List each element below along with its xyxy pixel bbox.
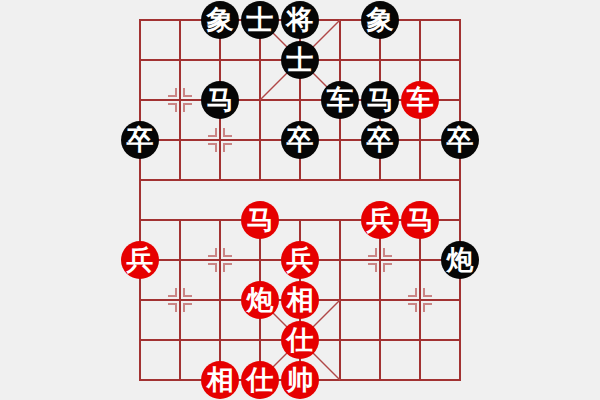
red-cannon[interactable]: 炮 xyxy=(241,281,279,319)
position-marker xyxy=(168,104,176,112)
black-soldier[interactable]: 卒 xyxy=(361,121,399,159)
position-marker xyxy=(384,248,392,256)
red-elephant[interactable]: 相 xyxy=(201,361,239,399)
black-soldier[interactable]: 卒 xyxy=(441,121,479,159)
black-elephant[interactable]: 象 xyxy=(201,1,239,39)
black-cannon[interactable]: 炮 xyxy=(441,241,479,279)
black-soldier[interactable]: 卒 xyxy=(121,121,159,159)
position-marker xyxy=(384,264,392,272)
black-general[interactable]: 将 xyxy=(281,1,319,39)
black-advisor[interactable]: 士 xyxy=(241,1,279,39)
position-marker xyxy=(408,288,416,296)
position-marker xyxy=(224,248,232,256)
red-advisor[interactable]: 仕 xyxy=(241,361,279,399)
position-marker xyxy=(208,128,216,136)
black-chariot[interactable]: 车 xyxy=(321,81,359,119)
xiangqi-screen: 象士将象士马车马车卒卒卒卒马兵马兵兵炮炮相仕相仕帅 xyxy=(0,0,600,400)
red-advisor[interactable]: 仕 xyxy=(281,321,319,359)
position-marker xyxy=(424,288,432,296)
position-marker xyxy=(224,144,232,152)
position-marker xyxy=(368,248,376,256)
black-soldier[interactable]: 卒 xyxy=(281,121,319,159)
position-marker xyxy=(184,304,192,312)
red-chariot[interactable]: 车 xyxy=(401,81,439,119)
position-marker xyxy=(424,304,432,312)
position-marker xyxy=(208,144,216,152)
red-soldier[interactable]: 兵 xyxy=(361,201,399,239)
black-advisor[interactable]: 士 xyxy=(281,41,319,79)
position-marker xyxy=(208,264,216,272)
position-marker xyxy=(168,288,176,296)
red-king[interactable]: 帅 xyxy=(281,361,319,399)
position-marker xyxy=(184,104,192,112)
position-marker xyxy=(368,264,376,272)
position-marker xyxy=(408,304,416,312)
black-horse[interactable]: 马 xyxy=(201,81,239,119)
position-marker xyxy=(184,288,192,296)
position-marker xyxy=(168,88,176,96)
position-marker xyxy=(224,264,232,272)
black-horse[interactable]: 马 xyxy=(361,81,399,119)
position-marker xyxy=(168,304,176,312)
red-horse[interactable]: 马 xyxy=(401,201,439,239)
red-soldier[interactable]: 兵 xyxy=(281,241,319,279)
position-marker xyxy=(208,248,216,256)
red-soldier[interactable]: 兵 xyxy=(121,241,159,279)
black-elephant[interactable]: 象 xyxy=(361,1,399,39)
position-marker xyxy=(184,88,192,96)
red-elephant[interactable]: 相 xyxy=(281,281,319,319)
position-marker xyxy=(224,128,232,136)
red-horse[interactable]: 马 xyxy=(241,201,279,239)
